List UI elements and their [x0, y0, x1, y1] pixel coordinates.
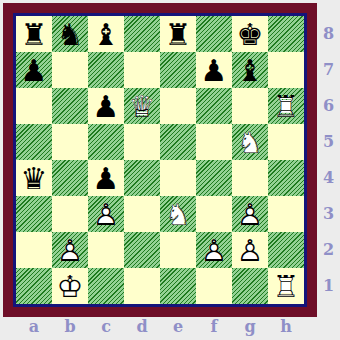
square-h5[interactable] — [268, 124, 304, 160]
piece-black-pawn: ♟ — [88, 88, 124, 124]
square-b6[interactable] — [52, 88, 88, 124]
piece-white-rook-fill: ♜ — [268, 268, 304, 304]
piece-black-pawn: ♟ — [196, 52, 232, 88]
square-b1[interactable]: ♚♔ — [52, 268, 88, 304]
square-c8[interactable]: ♝ — [88, 16, 124, 52]
piece-black-bishop: ♝ — [232, 52, 268, 88]
piece-white-pawn-fill: ♟ — [196, 232, 232, 268]
square-g7[interactable]: ♝ — [232, 52, 268, 88]
rank-label-2: 2 — [317, 232, 340, 268]
file-label-f: f — [196, 316, 232, 338]
square-c7[interactable] — [88, 52, 124, 88]
square-b3[interactable] — [52, 196, 88, 232]
square-a7[interactable]: ♟ — [16, 52, 52, 88]
square-e7[interactable] — [160, 52, 196, 88]
square-g1[interactable] — [232, 268, 268, 304]
square-a2[interactable] — [16, 232, 52, 268]
square-a3[interactable] — [16, 196, 52, 232]
square-c2[interactable] — [88, 232, 124, 268]
square-c1[interactable] — [88, 268, 124, 304]
piece-white-pawn: ♙ — [52, 232, 88, 268]
piece-white-pawn: ♙ — [196, 232, 232, 268]
square-g4[interactable] — [232, 160, 268, 196]
square-d3[interactable] — [124, 196, 160, 232]
piece-black-knight: ♞ — [52, 16, 88, 52]
square-c6[interactable]: ♟ — [88, 88, 124, 124]
square-b2[interactable]: ♟♙ — [52, 232, 88, 268]
piece-white-pawn: ♙ — [88, 196, 124, 232]
square-f3[interactable] — [196, 196, 232, 232]
piece-white-queen-fill: ♛ — [124, 88, 160, 124]
rank-label-4: 4 — [317, 160, 340, 196]
file-label-g: g — [232, 316, 268, 338]
square-b8[interactable]: ♞ — [52, 16, 88, 52]
piece-white-rook: ♖ — [268, 88, 304, 124]
chess-board: ♜♞♝♜♚♟♟♝♟♛♕♜♖♞♘♛♟♟♙♞♘♟♙♟♙♟♙♟♙♚♔♜♖ — [16, 16, 304, 304]
square-b5[interactable] — [52, 124, 88, 160]
piece-white-knight-fill: ♞ — [232, 124, 268, 160]
square-e6[interactable] — [160, 88, 196, 124]
file-label-a: a — [16, 316, 52, 338]
square-f7[interactable]: ♟ — [196, 52, 232, 88]
square-e5[interactable] — [160, 124, 196, 160]
square-d1[interactable] — [124, 268, 160, 304]
piece-white-pawn-fill: ♟ — [232, 196, 268, 232]
piece-white-knight: ♘ — [232, 124, 268, 160]
square-a1[interactable] — [16, 268, 52, 304]
rank-labels: 87654321 — [317, 16, 340, 304]
piece-black-rook: ♜ — [16, 16, 52, 52]
square-d5[interactable] — [124, 124, 160, 160]
piece-white-king-fill: ♚ — [52, 268, 88, 304]
rank-label-1: 1 — [317, 268, 340, 304]
square-f1[interactable] — [196, 268, 232, 304]
square-d2[interactable] — [124, 232, 160, 268]
piece-white-knight-fill: ♞ — [160, 196, 196, 232]
square-a8[interactable]: ♜ — [16, 16, 52, 52]
piece-white-pawn: ♙ — [232, 232, 268, 268]
board-frame: ♜♞♝♜♚♟♟♝♟♛♕♜♖♞♘♛♟♟♙♞♘♟♙♟♙♟♙♟♙♚♔♜♖ — [3, 3, 317, 317]
piece-white-queen: ♕ — [124, 88, 160, 124]
square-a5[interactable] — [16, 124, 52, 160]
rank-label-7: 7 — [317, 52, 340, 88]
square-f4[interactable] — [196, 160, 232, 196]
piece-white-rook: ♖ — [268, 268, 304, 304]
piece-white-knight: ♘ — [160, 196, 196, 232]
piece-black-rook: ♜ — [160, 16, 196, 52]
square-g5[interactable]: ♞♘ — [232, 124, 268, 160]
file-label-d: d — [124, 316, 160, 338]
piece-black-king: ♚ — [232, 16, 268, 52]
file-labels: abcdefgh — [16, 316, 304, 338]
square-h6[interactable]: ♜♖ — [268, 88, 304, 124]
square-f8[interactable] — [196, 16, 232, 52]
square-c3[interactable]: ♟♙ — [88, 196, 124, 232]
square-c4[interactable]: ♟ — [88, 160, 124, 196]
square-h8[interactable] — [268, 16, 304, 52]
square-d6[interactable]: ♛♕ — [124, 88, 160, 124]
square-f5[interactable] — [196, 124, 232, 160]
rank-label-3: 3 — [317, 196, 340, 232]
square-f2[interactable]: ♟♙ — [196, 232, 232, 268]
square-h3[interactable] — [268, 196, 304, 232]
piece-black-pawn: ♟ — [16, 52, 52, 88]
square-c5[interactable] — [88, 124, 124, 160]
square-g2[interactable]: ♟♙ — [232, 232, 268, 268]
piece-white-pawn: ♙ — [232, 196, 268, 232]
square-a4[interactable]: ♛ — [16, 160, 52, 196]
square-h1[interactable]: ♜♖ — [268, 268, 304, 304]
square-h4[interactable] — [268, 160, 304, 196]
square-g8[interactable]: ♚ — [232, 16, 268, 52]
square-e4[interactable] — [160, 160, 196, 196]
square-g6[interactable] — [232, 88, 268, 124]
piece-white-pawn-fill: ♟ — [232, 232, 268, 268]
square-e8[interactable]: ♜ — [160, 16, 196, 52]
piece-black-pawn: ♟ — [88, 160, 124, 196]
piece-white-king: ♔ — [52, 268, 88, 304]
file-label-c: c — [88, 316, 124, 338]
piece-black-bishop: ♝ — [88, 16, 124, 52]
square-g3[interactable]: ♟♙ — [232, 196, 268, 232]
square-e1[interactable] — [160, 268, 196, 304]
file-label-h: h — [268, 316, 304, 338]
square-d8[interactable] — [124, 16, 160, 52]
rank-label-5: 5 — [317, 124, 340, 160]
piece-black-queen: ♛ — [16, 160, 52, 196]
square-b7[interactable] — [52, 52, 88, 88]
board-inner-border: ♜♞♝♜♚♟♟♝♟♛♕♜♖♞♘♛♟♟♙♞♘♟♙♟♙♟♙♟♙♚♔♜♖ — [13, 13, 307, 307]
file-label-b: b — [52, 316, 88, 338]
piece-white-pawn-fill: ♟ — [52, 232, 88, 268]
piece-white-rook-fill: ♜ — [268, 88, 304, 124]
file-label-e: e — [160, 316, 196, 338]
square-d7[interactable] — [124, 52, 160, 88]
square-e2[interactable] — [160, 232, 196, 268]
square-f6[interactable] — [196, 88, 232, 124]
square-h7[interactable] — [268, 52, 304, 88]
square-b4[interactable] — [52, 160, 88, 196]
square-e3[interactable]: ♞♘ — [160, 196, 196, 232]
square-h2[interactable] — [268, 232, 304, 268]
rank-label-8: 8 — [317, 16, 340, 52]
rank-label-6: 6 — [317, 88, 340, 124]
square-a6[interactable] — [16, 88, 52, 124]
piece-white-pawn-fill: ♟ — [88, 196, 124, 232]
square-d4[interactable] — [124, 160, 160, 196]
